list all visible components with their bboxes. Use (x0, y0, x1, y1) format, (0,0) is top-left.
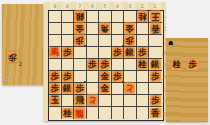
shogi-piece: 香 (150, 108, 161, 119)
board-cell[interactable] (74, 47, 87, 59)
board-cell[interactable] (99, 107, 112, 119)
board-cell[interactable]: 歩 (49, 83, 62, 95)
board-cell[interactable]: 歩 (149, 95, 162, 107)
file-label: 4 (111, 3, 124, 9)
board-cell[interactable]: 玉 (49, 95, 62, 107)
board-cell[interactable] (99, 11, 112, 23)
board-cell[interactable]: と (124, 83, 137, 95)
board-cell[interactable] (62, 59, 75, 71)
rank-label: 四 (162, 47, 166, 59)
rank-label: 三 (162, 35, 166, 47)
gote-indicator-icon: ☖ (4, 76, 9, 82)
shogi-piece: 金 (99, 83, 110, 94)
board-cell[interactable] (124, 95, 137, 107)
rank-label: 六 (162, 71, 166, 83)
board-cell[interactable] (137, 107, 150, 119)
board-cell[interactable]: 歩 (87, 59, 100, 71)
hand-piece-sente[interactable]: 歩 (187, 59, 198, 70)
board-cell[interactable]: 金 (124, 23, 137, 35)
shogi-piece: 馬 (49, 47, 60, 58)
shogi-piece: 歩 (7, 52, 18, 63)
rank-label: 七 (162, 83, 166, 95)
board-cell[interactable]: と (87, 95, 100, 107)
shogi-piece: 金 (124, 23, 135, 34)
shogi-piece: 飛 (74, 95, 85, 106)
board-cell[interactable]: 飛 (74, 95, 87, 107)
shogi-piece: 歩 (112, 71, 123, 82)
hoshi-dot (84, 81, 86, 83)
shogi-piece: 歩 (112, 47, 123, 58)
board-cell[interactable]: 桂 (137, 11, 150, 23)
board-cell[interactable] (62, 11, 75, 23)
board-cell[interactable] (137, 71, 150, 83)
board-cell[interactable] (49, 23, 62, 35)
board-cell[interactable]: 金 (74, 23, 87, 35)
file-label: 9 (49, 3, 62, 9)
file-label: 3 (124, 3, 137, 9)
board-cell[interactable]: 金 (99, 83, 112, 95)
shogi-piece: 角 (99, 23, 110, 34)
shogi-piece: 歩 (49, 83, 60, 94)
shogi-piece: 桂 (137, 59, 148, 70)
board-cell[interactable]: 銀 (149, 59, 162, 71)
board-cell[interactable] (49, 35, 62, 47)
shogi-board-panel: 987654321 銀桂王金角金香歩歩馬歩歩銀歩歩歩桂銀歩歩金歩歩歩銀歩金と玉飛… (44, 2, 165, 121)
shogi-piece: 金 (99, 71, 110, 82)
shogi-piece: 歩 (74, 83, 85, 94)
file-label: 1 (149, 3, 162, 9)
file-label: 7 (74, 3, 87, 9)
shogi-piece: 金 (74, 23, 85, 34)
komadai-gote: 歩2 ☖ (2, 4, 43, 85)
rank-label: 八 (162, 95, 166, 107)
shogi-piece: 桂 (171, 59, 182, 70)
hand-piece-count: 2 (19, 62, 22, 67)
hand-piece-sente[interactable]: 桂 (171, 59, 182, 70)
board-cell[interactable] (99, 95, 112, 107)
board-cell[interactable]: 歩 (49, 71, 62, 83)
komadai-sente: ☗ 桂歩 (166, 38, 208, 122)
shogi-piece: 歩 (150, 71, 161, 82)
board-cell[interactable] (112, 23, 125, 35)
board-cell[interactable] (87, 11, 100, 23)
shogi-piece: 香 (150, 23, 161, 34)
board-cell[interactable] (87, 83, 100, 95)
board-cell[interactable] (112, 107, 125, 119)
board-cell[interactable] (149, 83, 162, 95)
shogi-piece: 歩 (62, 47, 73, 58)
board-cell[interactable] (49, 59, 62, 71)
board-cell[interactable] (87, 47, 100, 59)
file-label: 5 (99, 3, 112, 9)
board-cell[interactable] (112, 95, 125, 107)
hoshi-dot (122, 81, 124, 83)
hand-piece-gote[interactable]: 歩2 (7, 52, 18, 63)
board-cell[interactable] (49, 11, 62, 23)
board-cell[interactable]: 桂 (137, 59, 150, 71)
shogi-piece: 歩 (124, 35, 135, 46)
shogi-piece: 銀 (124, 47, 135, 58)
board-cell[interactable]: 香 (149, 23, 162, 35)
board-cell[interactable] (87, 35, 100, 47)
board-cell[interactable] (49, 107, 62, 119)
board-cell[interactable]: 歩 (74, 83, 87, 95)
shogi-app: { "game": "shogi", "position": { "sfen":… (0, 0, 210, 125)
board-cell[interactable]: 歩 (62, 71, 75, 83)
board-cell[interactable]: 歩 (62, 47, 75, 59)
board-cell[interactable]: 歩 (149, 71, 162, 83)
shogi-piece: 王 (150, 11, 161, 22)
shogi-piece: 歩 (62, 71, 73, 82)
board-cell[interactable] (149, 47, 162, 59)
shogi-piece: 桂 (62, 108, 73, 119)
board-cell[interactable]: 金 (99, 71, 112, 83)
board-cell[interactable] (99, 47, 112, 59)
board-cell[interactable] (124, 11, 137, 23)
board-cell[interactable]: 角 (99, 23, 112, 35)
board-cell[interactable] (87, 107, 100, 119)
board-cell[interactable]: 歩 (137, 47, 150, 59)
board-cell[interactable] (124, 59, 137, 71)
board-cell[interactable]: 歩 (99, 59, 112, 71)
shogi-piece: 歩 (150, 95, 161, 106)
shogi-board-grid: 銀桂王金角金香歩歩馬歩歩銀歩歩歩桂銀歩歩金歩歩歩銀歩金と玉飛と歩桂龍香 (48, 10, 164, 121)
shogi-piece: 銀 (62, 83, 73, 94)
board-cell[interactable] (112, 83, 125, 95)
board-cell[interactable]: 銀 (124, 47, 137, 59)
board-cell[interactable] (112, 59, 125, 71)
board-cell[interactable] (87, 71, 100, 83)
hoshi-dot (122, 45, 124, 47)
board-cell[interactable] (124, 107, 137, 119)
shogi-piece: 桂 (137, 11, 148, 22)
shogi-piece: 銀 (150, 59, 161, 70)
file-label: 8 (61, 3, 74, 9)
sente-hand-area: 桂歩 (171, 59, 198, 70)
board-cell[interactable]: 香 (149, 107, 162, 119)
board-cell[interactable]: 馬 (49, 47, 62, 59)
rank-label: 九 (162, 107, 166, 119)
file-label: 2 (136, 3, 149, 9)
shogi-piece: 歩 (99, 59, 110, 70)
board-cell[interactable] (137, 23, 150, 35)
rank-label: 五 (162, 59, 166, 71)
board-cell[interactable] (149, 35, 162, 47)
shogi-piece: 玉 (49, 95, 60, 106)
shogi-piece: 龍 (74, 108, 85, 119)
board-cell[interactable]: 王 (149, 11, 162, 23)
shogi-piece: 歩 (187, 59, 198, 70)
shogi-piece: 歩 (137, 47, 148, 58)
rank-label: 二 (162, 23, 166, 35)
board-cell[interactable] (137, 35, 150, 47)
board-cell[interactable] (74, 59, 87, 71)
board-cell[interactable]: 龍 (74, 107, 87, 119)
rank-label: 一 (162, 11, 166, 23)
board-cell[interactable] (112, 11, 125, 23)
board-cell[interactable] (62, 35, 75, 47)
board-cell[interactable]: 銀 (62, 83, 75, 95)
board-cell[interactable] (99, 35, 112, 47)
shogi-piece: 歩 (87, 59, 98, 70)
board-cell[interactable] (62, 95, 75, 107)
board-cell[interactable] (87, 23, 100, 35)
shogi-piece: と (87, 95, 98, 106)
board-cell[interactable]: 銀 (74, 11, 87, 23)
board-cell[interactable]: 歩 (124, 35, 137, 47)
shogi-piece: と (124, 83, 135, 94)
gote-hand-area: 歩2 (7, 52, 18, 63)
shogi-piece: 歩 (49, 71, 60, 82)
board-cell[interactable] (124, 71, 137, 83)
board-cell[interactable] (137, 83, 150, 95)
board-cell[interactable] (137, 95, 150, 107)
file-label: 6 (86, 3, 99, 9)
board-cell[interactable]: 歩 (112, 47, 125, 59)
sente-indicator-icon: ☗ (168, 40, 173, 46)
board-cell[interactable] (62, 23, 75, 35)
hoshi-dot (84, 45, 86, 47)
shogi-piece: 銀 (74, 11, 85, 22)
board-cell[interactable]: 桂 (62, 107, 75, 119)
